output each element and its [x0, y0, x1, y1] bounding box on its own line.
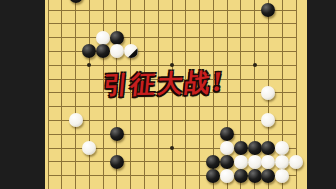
grid-line-horizontal — [48, 106, 296, 107]
black-stone — [82, 44, 96, 58]
black-stone — [234, 169, 248, 183]
white-stone — [234, 155, 248, 169]
black-stone — [234, 141, 248, 155]
white-stone — [110, 44, 124, 58]
star-point — [170, 146, 174, 150]
white-stone — [261, 155, 275, 169]
black-stone — [110, 31, 124, 45]
white-stone — [261, 113, 275, 127]
white-stone — [275, 155, 289, 169]
black-stone — [96, 44, 110, 58]
black-stone — [110, 155, 124, 169]
white-stone — [82, 141, 96, 155]
grid-line-horizontal — [48, 120, 296, 121]
star-point — [253, 63, 257, 67]
white-stone — [275, 141, 289, 155]
star-point — [87, 63, 91, 67]
black-triangle-marker — [124, 44, 138, 58]
black-stone — [248, 169, 262, 183]
black-stone — [206, 169, 220, 183]
white-stone — [248, 155, 262, 169]
letterbox-left — [0, 0, 45, 189]
black-stone — [261, 141, 275, 155]
white-stone — [275, 169, 289, 183]
video-frame: 引征大战! — [0, 0, 336, 189]
black-stone — [220, 155, 234, 169]
white-stone — [96, 31, 110, 45]
black-stone — [206, 155, 220, 169]
black-stone — [248, 141, 262, 155]
black-stone — [220, 127, 234, 141]
white-stone-marked — [124, 44, 138, 58]
white-stone — [69, 113, 83, 127]
black-stone — [110, 127, 124, 141]
letterbox-right — [307, 0, 336, 189]
white-stone — [289, 155, 303, 169]
star-point — [170, 63, 174, 67]
black-stone — [261, 169, 275, 183]
white-stone — [220, 141, 234, 155]
white-stone — [220, 169, 234, 183]
grid-line-horizontal — [48, 134, 296, 135]
black-stone — [69, 0, 83, 3]
black-stone — [261, 3, 275, 17]
